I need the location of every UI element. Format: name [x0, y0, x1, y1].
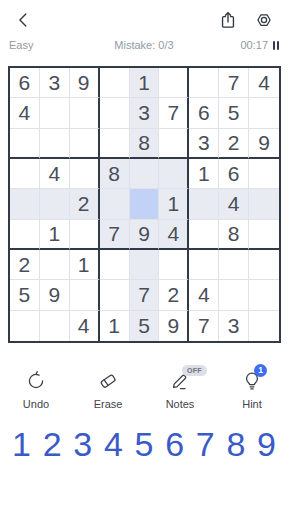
undo-button[interactable]: Undo: [0, 369, 72, 410]
cell-r4c4[interactable]: 8: [100, 159, 130, 189]
pause-button[interactable]: [273, 41, 279, 50]
hint-label: Hint: [242, 398, 262, 410]
cell-r6c6[interactable]: 4: [159, 220, 189, 250]
cell-r3c2[interactable]: [40, 129, 70, 159]
cell-r8c5[interactable]: 7: [130, 280, 160, 310]
erase-icon: [95, 369, 121, 393]
cell-r9c3[interactable]: 4: [70, 311, 100, 341]
cell-r7c3[interactable]: 1: [70, 250, 100, 280]
cell-r3c3[interactable]: [70, 129, 100, 159]
cell-r6c5[interactable]: 9: [130, 220, 160, 250]
cell-r7c6[interactable]: [159, 250, 189, 280]
cell-r3c4[interactable]: [100, 129, 130, 159]
timer: 00:17: [240, 39, 268, 51]
cell-r9c6[interactable]: 9: [159, 311, 189, 341]
numpad-1[interactable]: 1: [12, 427, 31, 461]
cell-r4c8[interactable]: 6: [219, 159, 249, 189]
cell-r9c5[interactable]: 5: [130, 311, 160, 341]
cell-r1c9[interactable]: 4: [249, 68, 279, 98]
cell-r2c2[interactable]: [40, 98, 70, 128]
gear-icon: [254, 10, 274, 30]
cell-r2c8[interactable]: 5: [219, 98, 249, 128]
back-button[interactable]: [12, 8, 36, 32]
cell-r9c1[interactable]: [10, 311, 40, 341]
numpad-7[interactable]: 7: [196, 427, 215, 461]
notes-off-badge: OFF: [182, 365, 207, 376]
cell-r3c5[interactable]: 8: [130, 129, 160, 159]
cell-r2c6[interactable]: 7: [159, 98, 189, 128]
cell-r6c3[interactable]: [70, 220, 100, 250]
cell-r5c1[interactable]: [10, 189, 40, 219]
cell-r7c2[interactable]: [40, 250, 70, 280]
cell-r2c7[interactable]: 6: [189, 98, 219, 128]
cell-r5c9[interactable]: [249, 189, 279, 219]
cell-r2c9[interactable]: [249, 98, 279, 128]
hint-button[interactable]: 1 Hint: [216, 369, 288, 410]
hint-count-badge: 1: [254, 364, 267, 377]
difficulty-label: Easy: [9, 39, 99, 51]
cell-r1c8[interactable]: 7: [219, 68, 249, 98]
cell-r6c9[interactable]: [249, 220, 279, 250]
cell-r4c9[interactable]: [249, 159, 279, 189]
chevron-left-icon: [14, 10, 34, 30]
erase-label: Erase: [94, 398, 123, 410]
cell-r8c9[interactable]: [249, 280, 279, 310]
cell-r8c1[interactable]: 5: [10, 280, 40, 310]
cell-r9c2[interactable]: [40, 311, 70, 341]
mistake-counter: Mistake: 0/3: [99, 39, 189, 51]
cell-r1c3[interactable]: 9: [70, 68, 100, 98]
cell-r5c4[interactable]: [100, 189, 130, 219]
cell-r5c6[interactable]: 1: [159, 189, 189, 219]
cell-r3c6[interactable]: [159, 129, 189, 159]
cell-r3c9[interactable]: 9: [249, 129, 279, 159]
cell-r5c2[interactable]: [40, 189, 70, 219]
cell-r1c1[interactable]: 6: [10, 68, 40, 98]
cell-r8c3[interactable]: [70, 280, 100, 310]
numpad-5[interactable]: 5: [135, 427, 154, 461]
numpad-6[interactable]: 6: [165, 427, 184, 461]
share-button[interactable]: [216, 8, 240, 32]
cell-r3c7[interactable]: 3: [189, 129, 219, 159]
share-icon: [218, 10, 238, 30]
cell-r3c8[interactable]: 2: [219, 129, 249, 159]
cell-r2c5[interactable]: 3: [130, 98, 160, 128]
toolbar: Undo Erase OFF Notes: [0, 369, 288, 410]
cell-r2c3[interactable]: [70, 98, 100, 128]
cell-r9c8[interactable]: 3: [219, 311, 249, 341]
number-pad: 123456789: [0, 427, 288, 461]
notes-button[interactable]: OFF Notes: [144, 369, 216, 410]
cell-r6c2[interactable]: 1: [40, 220, 70, 250]
header: [0, 0, 288, 34]
erase-button[interactable]: Erase: [72, 369, 144, 410]
notes-icon: OFF: [167, 369, 193, 393]
cell-r4c3[interactable]: [70, 159, 100, 189]
cell-r7c7[interactable]: [189, 250, 219, 280]
cell-r9c4[interactable]: 1: [100, 311, 130, 341]
numpad-4[interactable]: 4: [104, 427, 123, 461]
status-bar: Easy Mistake: 0/3 00:17: [0, 34, 288, 56]
cell-r7c5[interactable]: [130, 250, 160, 280]
cell-r4c2[interactable]: 4: [40, 159, 70, 189]
numpad-2[interactable]: 2: [43, 427, 62, 461]
cell-r7c1[interactable]: 2: [10, 250, 40, 280]
cell-r5c8[interactable]: 4: [219, 189, 249, 219]
cell-r7c9[interactable]: [249, 250, 279, 280]
cell-r3c1[interactable]: [10, 129, 40, 159]
cell-r5c7[interactable]: [189, 189, 219, 219]
cell-r8c8[interactable]: [219, 280, 249, 310]
cell-r2c4[interactable]: [100, 98, 130, 128]
cell-r7c4[interactable]: [100, 250, 130, 280]
cell-r8c2[interactable]: 9: [40, 280, 70, 310]
cell-r4c7[interactable]: 1: [189, 159, 219, 189]
undo-icon: [23, 369, 49, 393]
cell-r4c6[interactable]: [159, 159, 189, 189]
cell-r8c6[interactable]: 2: [159, 280, 189, 310]
cell-r6c1[interactable]: [10, 220, 40, 250]
cell-r1c2[interactable]: 3: [40, 68, 70, 98]
cell-r1c4[interactable]: [100, 68, 130, 98]
cell-r4c5[interactable]: [130, 159, 160, 189]
cell-r5c5[interactable]: [130, 189, 160, 219]
cell-r6c7[interactable]: [189, 220, 219, 250]
numpad-3[interactable]: 3: [73, 427, 92, 461]
cell-r6c8[interactable]: 8: [219, 220, 249, 250]
cell-r1c6[interactable]: [159, 68, 189, 98]
settings-button[interactable]: [252, 8, 276, 32]
cell-r9c9[interactable]: [249, 311, 279, 341]
cell-r1c7[interactable]: [189, 68, 219, 98]
cell-r7c8[interactable]: [219, 250, 249, 280]
cell-r6c4[interactable]: 7: [100, 220, 130, 250]
cell-r8c7[interactable]: 4: [189, 280, 219, 310]
numpad-8[interactable]: 8: [226, 427, 245, 461]
undo-label: Undo: [23, 398, 49, 410]
cell-r4c1[interactable]: [10, 159, 40, 189]
notes-label: Notes: [166, 398, 195, 410]
cell-r8c4[interactable]: [100, 280, 130, 310]
cell-r9c7[interactable]: 7: [189, 311, 219, 341]
cell-r2c1[interactable]: 4: [10, 98, 40, 128]
sudoku-grid: 6391744376583294816214179482159724415973: [8, 66, 281, 343]
numpad-9[interactable]: 9: [257, 427, 276, 461]
cell-r1c5[interactable]: 1: [130, 68, 160, 98]
cell-r5c3[interactable]: 2: [70, 189, 100, 219]
hint-icon: 1: [239, 369, 265, 393]
